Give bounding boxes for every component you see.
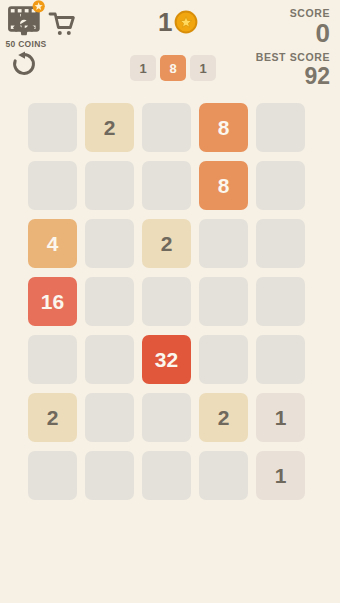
score-value: 0 bbox=[290, 20, 330, 47]
undo-icon bbox=[10, 50, 38, 78]
empty-cell bbox=[142, 103, 191, 152]
tile-1: 1 bbox=[256, 393, 305, 442]
game-board[interactable]: 2884216322211 bbox=[28, 103, 305, 500]
empty-cell bbox=[256, 219, 305, 268]
empty-cell bbox=[142, 451, 191, 500]
coin-counter: 1 bbox=[158, 9, 198, 35]
empty-cell bbox=[199, 277, 248, 326]
tile-2: 2 bbox=[142, 219, 191, 268]
tile-32: 32 bbox=[142, 335, 191, 384]
best-score-block: BEST SCORE 92 bbox=[256, 51, 330, 88]
best-score-label: BEST SCORE bbox=[256, 51, 330, 63]
settings-button[interactable] bbox=[10, 10, 38, 38]
shop-button[interactable] bbox=[46, 7, 78, 41]
empty-cell bbox=[85, 161, 134, 210]
empty-cell bbox=[199, 451, 248, 500]
tile-1: 1 bbox=[256, 451, 305, 500]
tile-2: 2 bbox=[199, 393, 248, 442]
empty-cell bbox=[28, 451, 77, 500]
queue-tile-1: 1 bbox=[130, 55, 156, 81]
queue-tile-1: 1 bbox=[190, 55, 216, 81]
next-tile-queue: 181 bbox=[130, 55, 216, 81]
queue-tile-8: 8 bbox=[160, 55, 186, 81]
empty-cell bbox=[256, 277, 305, 326]
gear-icon bbox=[10, 10, 38, 38]
empty-cell bbox=[256, 161, 305, 210]
empty-cell bbox=[142, 393, 191, 442]
cart-icon bbox=[46, 7, 78, 41]
coin-count: 1 bbox=[158, 9, 172, 35]
empty-cell bbox=[256, 335, 305, 384]
game-screen: 50 COINS 1 181 SCORE 0 BEST SCORE 92 288… bbox=[0, 0, 340, 603]
coin-icon bbox=[174, 10, 198, 34]
undo-button[interactable] bbox=[10, 50, 38, 78]
empty-cell bbox=[28, 103, 77, 152]
empty-cell bbox=[85, 335, 134, 384]
tile-8: 8 bbox=[199, 103, 248, 152]
score-block: SCORE 0 bbox=[290, 7, 330, 47]
tile-2: 2 bbox=[28, 393, 77, 442]
tile-2: 2 bbox=[85, 103, 134, 152]
tile-8: 8 bbox=[199, 161, 248, 210]
empty-cell bbox=[85, 451, 134, 500]
empty-cell bbox=[142, 277, 191, 326]
empty-cell bbox=[199, 335, 248, 384]
tile-4: 4 bbox=[28, 219, 77, 268]
ad-reward-label: 50 COINS bbox=[0, 39, 52, 49]
empty-cell bbox=[256, 103, 305, 152]
empty-cell bbox=[28, 335, 77, 384]
empty-cell bbox=[199, 219, 248, 268]
empty-cell bbox=[85, 277, 134, 326]
empty-cell bbox=[28, 161, 77, 210]
empty-cell bbox=[142, 161, 191, 210]
tile-16: 16 bbox=[28, 277, 77, 326]
empty-cell bbox=[85, 219, 134, 268]
empty-cell bbox=[85, 393, 134, 442]
best-score-value: 92 bbox=[256, 64, 330, 88]
